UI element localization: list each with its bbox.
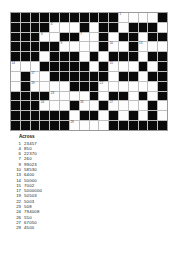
black-cell <box>31 33 40 42</box>
white-cell[interactable]: 29 <box>70 121 79 130</box>
clue-number: 23 <box>51 92 54 95</box>
white-cell[interactable] <box>129 62 138 71</box>
white-cell[interactable]: 1 <box>119 13 128 22</box>
white-cell[interactable] <box>109 82 118 91</box>
white-cell[interactable] <box>139 111 148 120</box>
black-cell <box>60 111 69 120</box>
white-cell[interactable] <box>99 111 108 120</box>
black-cell <box>119 121 128 130</box>
black-cell <box>99 72 108 81</box>
white-cell[interactable] <box>60 23 69 32</box>
white-cell[interactable] <box>99 121 108 130</box>
clue-number: 22 <box>100 82 103 85</box>
white-cell[interactable]: 9 <box>60 42 69 51</box>
white-cell[interactable] <box>60 101 69 110</box>
black-cell <box>99 101 108 110</box>
black-cell <box>50 42 59 51</box>
black-cell <box>158 92 167 101</box>
clue-number: 9 <box>61 42 63 45</box>
black-cell <box>119 33 128 42</box>
black-cell <box>21 121 30 130</box>
clue-number: 19 <box>31 82 34 85</box>
white-cell[interactable] <box>50 82 59 91</box>
black-cell <box>31 52 40 61</box>
white-cell[interactable] <box>119 82 128 91</box>
black-cell <box>109 52 118 61</box>
black-cell <box>11 101 20 110</box>
black-cell <box>50 111 59 120</box>
clue-number: 14 <box>12 62 15 65</box>
white-cell[interactable] <box>109 33 118 42</box>
black-cell <box>40 13 49 22</box>
white-cell[interactable] <box>11 72 20 81</box>
black-cell <box>148 23 157 32</box>
white-cell[interactable] <box>129 101 138 110</box>
black-cell <box>11 13 20 22</box>
white-cell[interactable] <box>158 23 167 32</box>
black-cell <box>109 121 118 130</box>
clue-number: 26 <box>80 101 83 104</box>
black-cell <box>31 13 40 22</box>
black-cell <box>40 23 49 32</box>
white-cell[interactable]: 10 <box>109 42 118 51</box>
black-cell <box>11 111 20 120</box>
white-cell[interactable] <box>99 52 108 61</box>
white-cell[interactable] <box>148 82 157 91</box>
black-cell <box>109 92 118 101</box>
black-cell <box>129 121 138 130</box>
black-cell <box>129 52 138 61</box>
white-cell[interactable] <box>50 33 59 42</box>
across-clue-item: 294500 <box>14 225 42 230</box>
black-cell <box>148 101 157 110</box>
clue-number: 27 <box>110 101 113 104</box>
black-cell <box>129 42 138 51</box>
white-cell[interactable] <box>40 72 49 81</box>
white-cell[interactable] <box>90 62 99 71</box>
black-cell <box>70 33 79 42</box>
black-cell <box>70 52 79 61</box>
black-cell <box>129 111 138 120</box>
black-cell <box>129 72 138 81</box>
black-cell <box>21 33 30 42</box>
white-cell[interactable] <box>60 92 69 101</box>
white-cell[interactable] <box>99 92 108 101</box>
black-cell <box>139 23 148 32</box>
white-cell[interactable] <box>148 13 157 22</box>
black-cell <box>80 111 89 120</box>
white-cell[interactable] <box>158 111 167 120</box>
black-cell <box>21 101 30 110</box>
black-cell <box>50 13 59 22</box>
black-cell <box>60 52 69 61</box>
white-cell[interactable]: 26 <box>80 101 89 110</box>
black-cell <box>139 121 148 130</box>
white-cell[interactable]: 23 <box>50 92 59 101</box>
black-cell <box>40 42 49 51</box>
black-cell <box>31 42 40 51</box>
black-cell <box>11 52 20 61</box>
white-cell[interactable]: 19 <box>31 82 40 91</box>
black-cell <box>21 23 30 32</box>
clue-number: 7 <box>80 33 82 36</box>
black-cell <box>50 52 59 61</box>
clue-number: 17 <box>31 72 34 75</box>
white-cell[interactable] <box>80 121 89 130</box>
white-cell[interactable]: 6 <box>40 33 49 42</box>
white-cell[interactable] <box>148 62 157 71</box>
black-cell <box>31 92 40 101</box>
black-cell <box>21 82 30 91</box>
clue-number: 1 <box>119 13 121 16</box>
white-cell[interactable] <box>148 92 157 101</box>
black-cell <box>129 33 138 42</box>
white-cell[interactable] <box>40 82 49 91</box>
white-cell[interactable] <box>70 111 79 120</box>
clue-number: 4 <box>51 23 53 26</box>
black-cell <box>40 92 49 101</box>
black-cell <box>99 33 108 42</box>
black-cell <box>119 52 128 61</box>
white-cell[interactable] <box>139 101 148 110</box>
white-cell[interactable] <box>70 23 79 32</box>
white-cell[interactable]: 4 <box>50 23 59 32</box>
black-cell <box>158 121 167 130</box>
white-cell[interactable] <box>139 13 148 22</box>
black-cell <box>70 13 79 22</box>
white-cell[interactable]: 13 <box>139 42 148 51</box>
black-cell <box>11 42 20 51</box>
black-cell <box>21 92 30 101</box>
white-cell[interactable] <box>60 82 69 91</box>
black-cell <box>109 111 118 120</box>
clue-number: 13 <box>139 42 142 45</box>
black-cell <box>90 111 99 120</box>
black-cell <box>31 23 40 32</box>
white-cell[interactable] <box>129 92 138 101</box>
across-clue-number: 29 <box>14 225 21 230</box>
white-cell[interactable]: 22 <box>99 82 108 91</box>
black-cell <box>129 23 138 32</box>
clue-number: 29 <box>70 121 73 124</box>
black-cell <box>21 13 30 22</box>
black-cell <box>70 62 79 71</box>
black-cell <box>60 13 69 22</box>
across-clue-rows: 1234574850622370726099902310585301364001… <box>14 141 42 231</box>
black-cell <box>90 92 99 101</box>
white-cell[interactable] <box>129 82 138 91</box>
black-cell <box>158 82 167 91</box>
black-cell <box>40 62 49 71</box>
black-cell <box>21 52 30 61</box>
clue-number: 10 <box>110 42 113 45</box>
white-cell[interactable] <box>139 72 148 81</box>
black-cell <box>158 13 167 22</box>
black-cell <box>158 72 167 81</box>
black-cell <box>80 62 89 71</box>
white-cell[interactable]: 14 <box>11 62 20 71</box>
white-cell[interactable] <box>80 52 89 61</box>
black-cell <box>21 42 30 51</box>
black-cell <box>70 101 79 110</box>
black-cell <box>21 72 30 81</box>
black-cell <box>80 72 89 81</box>
black-cell <box>50 121 59 130</box>
black-cell <box>99 13 108 22</box>
fill-in-puzzle-grid[interactable]: 14679101314151719222324262729 <box>10 12 168 131</box>
white-cell[interactable]: 24 <box>40 101 49 110</box>
white-cell[interactable] <box>31 62 40 71</box>
black-cell <box>70 72 79 81</box>
white-cell[interactable] <box>50 101 59 110</box>
white-cell[interactable] <box>90 23 99 32</box>
black-cell <box>31 111 40 120</box>
white-cell[interactable] <box>90 33 99 42</box>
black-cell <box>90 13 99 22</box>
black-cell <box>90 52 99 61</box>
clue-number: 15 <box>110 62 113 65</box>
black-cell <box>40 111 49 120</box>
black-cell <box>139 92 148 101</box>
white-cell[interactable] <box>90 101 99 110</box>
across-clue-list: Across 123457485062237072609990231058530… <box>14 134 42 231</box>
black-cell <box>60 62 69 71</box>
black-cell <box>31 121 40 130</box>
white-cell[interactable] <box>139 82 148 91</box>
black-cell <box>60 33 69 42</box>
black-cell <box>148 121 157 130</box>
black-cell <box>80 82 89 91</box>
black-cell <box>80 13 89 22</box>
white-cell[interactable] <box>90 42 99 51</box>
black-cell <box>11 121 20 130</box>
white-cell[interactable] <box>139 52 148 61</box>
white-cell[interactable] <box>21 62 30 71</box>
black-cell <box>148 33 157 42</box>
black-cell <box>80 23 89 32</box>
white-cell[interactable] <box>119 101 128 110</box>
black-cell <box>158 62 167 71</box>
white-cell[interactable] <box>70 42 79 51</box>
black-cell <box>11 23 20 32</box>
across-header: Across <box>19 134 42 139</box>
clue-number: 24 <box>41 101 44 104</box>
white-cell[interactable] <box>158 101 167 110</box>
black-cell <box>11 33 20 42</box>
white-cell[interactable] <box>158 42 167 51</box>
white-cell[interactable]: 17 <box>31 72 40 81</box>
black-cell <box>99 42 108 51</box>
puzzle-worksheet-page: 14679101314151719222324262729 Across 123… <box>0 0 180 256</box>
black-cell <box>11 92 20 101</box>
white-cell[interactable] <box>119 23 128 32</box>
black-cell <box>99 62 108 71</box>
black-cell <box>148 52 157 61</box>
clue-number: 6 <box>41 33 43 36</box>
white-cell[interactable]: 27 <box>109 101 118 110</box>
black-cell <box>148 111 157 120</box>
black-cell <box>50 62 59 71</box>
white-cell[interactable] <box>40 52 49 61</box>
black-cell <box>109 13 118 22</box>
white-cell[interactable] <box>80 42 89 51</box>
white-cell[interactable] <box>139 33 148 42</box>
black-cell <box>31 101 40 110</box>
black-cell <box>50 72 59 81</box>
white-cell[interactable] <box>90 121 99 130</box>
black-cell <box>99 23 108 32</box>
white-cell[interactable] <box>119 62 128 71</box>
black-cell <box>90 82 99 91</box>
black-cell <box>70 82 79 91</box>
white-cell[interactable]: 15 <box>109 62 118 71</box>
white-cell[interactable] <box>11 82 20 91</box>
across-clue-value: 4500 <box>24 225 34 230</box>
white-cell[interactable] <box>109 72 118 81</box>
black-cell <box>139 62 148 71</box>
white-cell[interactable] <box>70 92 79 101</box>
black-cell <box>119 92 128 101</box>
black-cell <box>109 23 118 32</box>
white-cell[interactable] <box>119 42 128 51</box>
white-cell[interactable] <box>119 111 128 120</box>
black-cell <box>60 121 69 130</box>
black-cell <box>90 72 99 81</box>
black-cell <box>40 121 49 130</box>
black-cell <box>60 72 69 81</box>
black-cell <box>148 72 157 81</box>
white-cell[interactable] <box>148 42 157 51</box>
black-cell <box>158 33 167 42</box>
black-cell <box>158 52 167 61</box>
black-cell <box>21 111 30 120</box>
black-cell <box>119 72 128 81</box>
white-cell[interactable] <box>80 92 89 101</box>
white-cell[interactable]: 7 <box>80 33 89 42</box>
white-cell[interactable] <box>129 13 138 22</box>
